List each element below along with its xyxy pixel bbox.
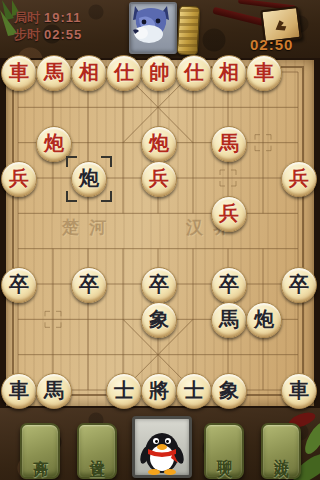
piece-character: 卒 (9, 274, 29, 294)
settings-button[interactable]: 设置 (77, 423, 117, 479)
piece-black-r9c1[interactable]: 馬 (36, 373, 72, 409)
piece-red-r0c2[interactable]: 相 (71, 55, 107, 91)
top-status-bar: 局时19:11 步时02:55 02:50 (0, 0, 320, 58)
piece-red-r2c4[interactable]: 炮 (141, 126, 177, 162)
leave-button-label: 离开 (31, 447, 50, 455)
piece-black-r6c0[interactable]: 卒 (1, 267, 37, 303)
piece-character: 車 (9, 62, 29, 82)
piece-black-r6c6[interactable]: 卒 (211, 267, 247, 303)
piece-character: 帥 (149, 62, 169, 82)
opponent-timer: 02:50 (250, 36, 293, 53)
piece-black-r9c4[interactable]: 將 (141, 373, 177, 409)
game-menu-button[interactable]: 游戏 (261, 423, 301, 479)
piece-black-r9c8[interactable]: 車 (281, 373, 317, 409)
xiangqi-app: 局时19:11 步时02:55 02:50 (0, 0, 320, 480)
piece-character: 兵 (219, 203, 239, 223)
qq-penguin-icon (140, 425, 184, 475)
player-avatar[interactable] (132, 416, 192, 478)
piece-red-r2c6[interactable]: 馬 (211, 126, 247, 162)
piece-red-r0c1[interactable]: 馬 (36, 55, 72, 91)
piece-character: 車 (289, 380, 309, 400)
tile-glyph-icon (271, 15, 291, 33)
piece-character: 車 (9, 380, 29, 400)
piece-character: 馬 (44, 380, 64, 400)
piece-black-r6c4[interactable]: 卒 (141, 267, 177, 303)
piece-character: 炮 (149, 133, 169, 153)
piece-red-r0c6[interactable]: 相 (211, 55, 247, 91)
piece-character: 車 (254, 62, 274, 82)
piece-black-r3c2[interactable]: 炮 (71, 161, 107, 197)
game-time-label: 局时 (14, 10, 40, 25)
bottom-toolbar: 离开 设置 聊天 游戏 (0, 408, 320, 480)
chat-button[interactable]: 聊天 (204, 423, 244, 479)
step-time-value: 02:55 (44, 27, 82, 42)
piece-character: 卒 (79, 274, 99, 294)
piece-black-r9c6[interactable]: 象 (211, 373, 247, 409)
piece-character: 卒 (149, 274, 169, 294)
gold-medal-tag-icon (177, 5, 201, 55)
piece-character: 炮 (44, 133, 64, 153)
piece-character: 將 (149, 380, 169, 400)
piece-red-r0c0[interactable]: 車 (1, 55, 37, 91)
piece-character: 象 (219, 380, 239, 400)
river-text-left: 楚河 (62, 216, 116, 239)
piece-character: 相 (219, 62, 239, 82)
piece-red-r0c4[interactable]: 帥 (141, 55, 177, 91)
piece-character: 象 (149, 309, 169, 329)
piece-black-r9c0[interactable]: 車 (1, 373, 37, 409)
game-menu-button-label: 游戏 (272, 447, 291, 455)
piece-character: 相 (79, 62, 99, 82)
piece-black-r9c5[interactable]: 士 (176, 373, 212, 409)
piece-character: 士 (184, 380, 204, 400)
piece-red-r0c3[interactable]: 仕 (106, 55, 142, 91)
piece-character: 炮 (254, 309, 274, 329)
piece-red-r0c7[interactable]: 車 (246, 55, 282, 91)
leave-button[interactable]: 离开 (20, 423, 60, 479)
piece-character: 馬 (219, 133, 239, 153)
piece-character: 馬 (219, 309, 239, 329)
piece-character: 士 (114, 380, 134, 400)
xiangqi-board[interactable]: 楚河 汉界 車馬相仕帥仕相車炮炮馬兵兵兵兵炮卒卒卒卒卒象馬炮車馬士將士象車 (0, 58, 320, 408)
game-time-value: 19:11 (44, 10, 82, 25)
board-grid (0, 58, 320, 408)
chat-button-label: 聊天 (215, 447, 234, 455)
time-panel: 局时19:11 步时02:55 (14, 9, 82, 43)
piece-character: 炮 (79, 168, 99, 188)
piece-character: 馬 (44, 62, 64, 82)
piece-character: 卒 (219, 274, 239, 294)
piece-black-r6c8[interactable]: 卒 (281, 267, 317, 303)
piece-character: 仕 (114, 62, 134, 82)
piece-red-r0c5[interactable]: 仕 (176, 55, 212, 91)
piece-character: 仕 (184, 62, 204, 82)
blue-wolf-icon (131, 4, 171, 48)
piece-character: 卒 (289, 274, 309, 294)
piece-black-r6c2[interactable]: 卒 (71, 267, 107, 303)
piece-red-r3c8[interactable]: 兵 (281, 161, 317, 197)
settings-button-label: 设置 (88, 447, 107, 455)
step-time-label: 步时 (14, 27, 40, 42)
piece-red-r3c4[interactable]: 兵 (141, 161, 177, 197)
piece-black-r9c3[interactable]: 士 (106, 373, 142, 409)
piece-red-r3c0[interactable]: 兵 (1, 161, 37, 197)
opponent-avatar[interactable] (129, 2, 177, 54)
piece-character: 兵 (289, 168, 309, 188)
piece-character: 兵 (149, 168, 169, 188)
piece-character: 兵 (9, 168, 29, 188)
